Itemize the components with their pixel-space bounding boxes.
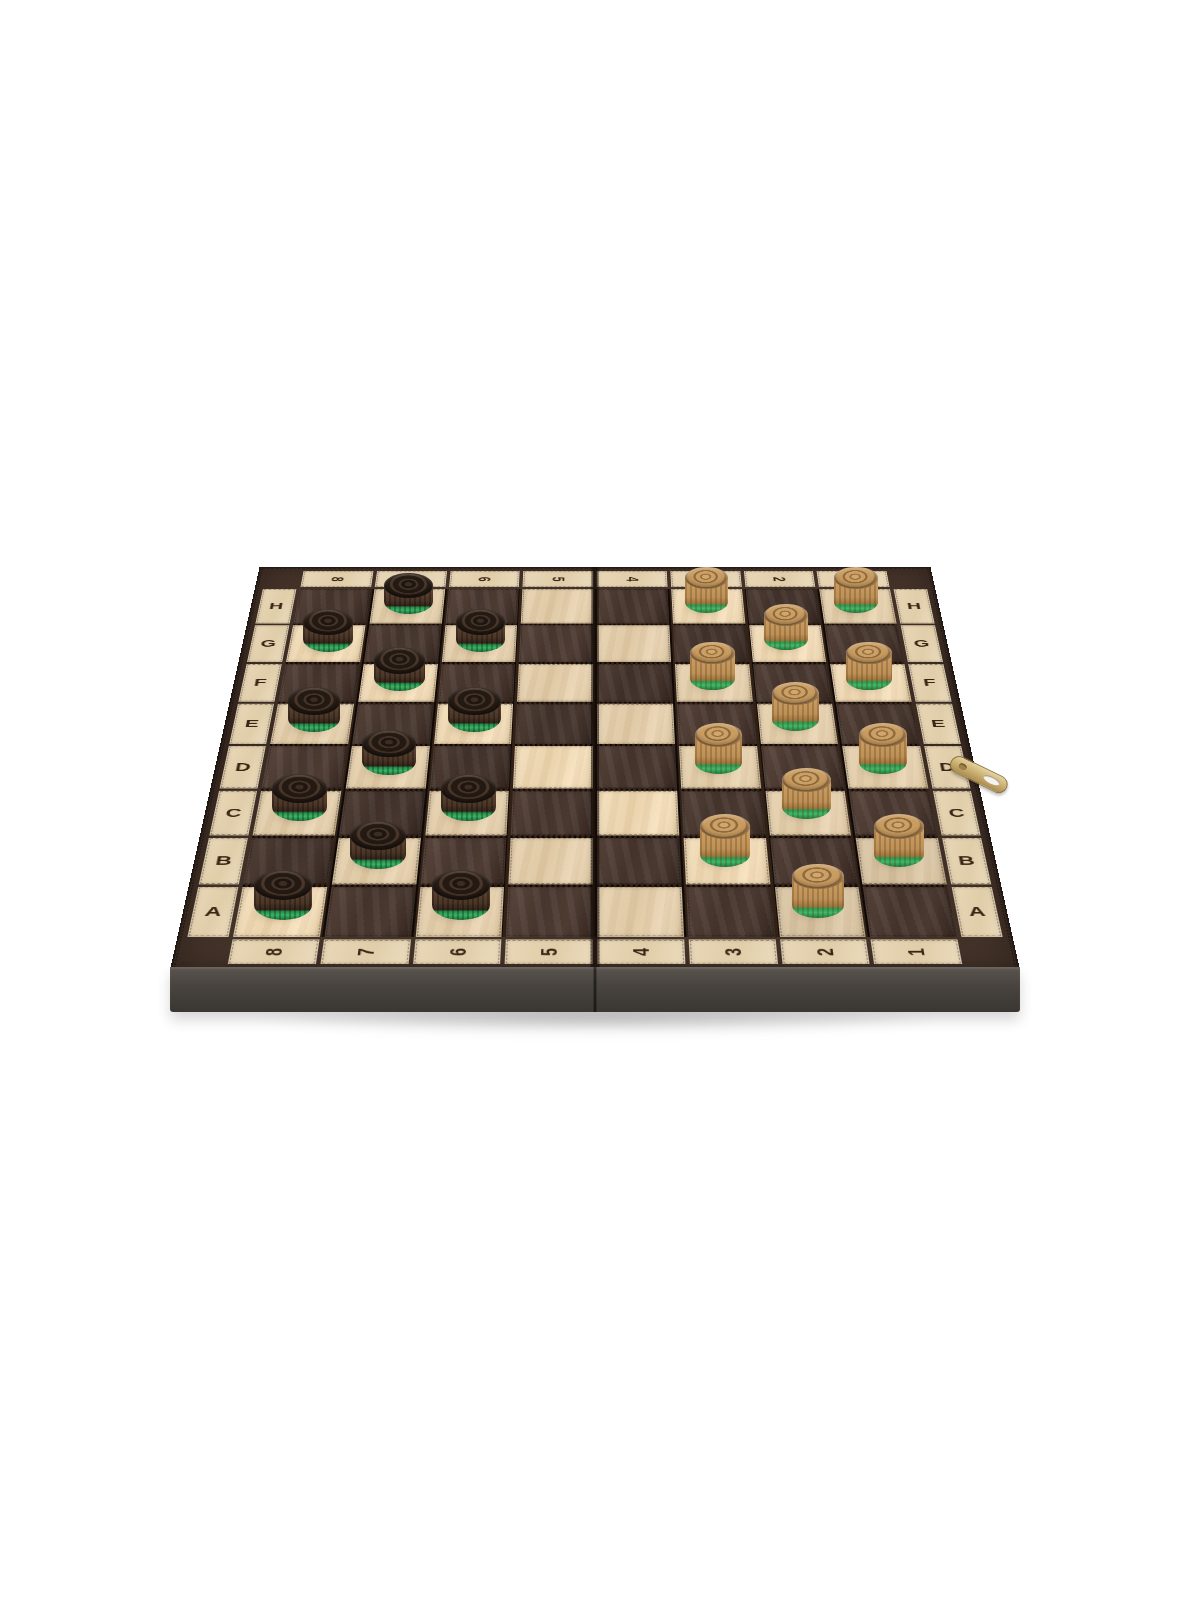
square-e5[interactable] bbox=[515, 704, 593, 744]
piece-dark-c8[interactable] bbox=[272, 774, 327, 821]
file-label-G: G bbox=[901, 625, 943, 661]
rank-label-7: 7 bbox=[320, 939, 410, 964]
rank-label-3: 3 bbox=[688, 939, 777, 964]
file-label-D: D bbox=[220, 746, 266, 788]
square-a4[interactable] bbox=[597, 887, 684, 937]
piece-dark-f7[interactable] bbox=[374, 647, 425, 690]
piece-top bbox=[448, 687, 500, 714]
piece-light-b1[interactable] bbox=[874, 814, 924, 867]
piece-dark-a6[interactable] bbox=[432, 870, 490, 919]
piece-top bbox=[288, 687, 340, 714]
square-a5[interactable] bbox=[506, 887, 593, 937]
piece-top bbox=[772, 682, 818, 705]
file-label-F: F bbox=[238, 664, 282, 702]
piece-top bbox=[792, 864, 844, 890]
piece-top bbox=[350, 821, 407, 850]
file-label-A: A bbox=[952, 887, 1003, 937]
piece-top bbox=[254, 870, 312, 900]
square-d5[interactable] bbox=[513, 746, 593, 788]
piece-top bbox=[690, 642, 735, 665]
piece-light-g2[interactable] bbox=[764, 604, 808, 651]
fold-seam bbox=[590, 567, 599, 970]
piece-top bbox=[272, 774, 327, 803]
rank-label-2: 2 bbox=[743, 571, 815, 587]
square-h5[interactable] bbox=[521, 589, 593, 624]
square-h4[interactable] bbox=[597, 589, 669, 624]
rank-label-5: 5 bbox=[505, 939, 593, 964]
piece-top bbox=[374, 647, 425, 674]
box-front-edge bbox=[170, 967, 1020, 1012]
square-c5[interactable] bbox=[511, 791, 593, 836]
piece-light-f3[interactable] bbox=[690, 642, 735, 690]
file-label-E: E bbox=[916, 704, 961, 744]
piece-dark-c6[interactable] bbox=[441, 774, 496, 821]
piece-dark-g6[interactable] bbox=[456, 609, 506, 651]
piece-dark-d7[interactable] bbox=[362, 730, 416, 776]
file-label-B: B bbox=[942, 838, 991, 885]
square-a3[interactable] bbox=[686, 887, 775, 937]
piece-dark-e6[interactable] bbox=[448, 687, 500, 731]
file-label-E: E bbox=[229, 704, 274, 744]
rank-label-1: 1 bbox=[871, 939, 962, 964]
file-label-G: G bbox=[247, 625, 289, 661]
piece-light-d3[interactable] bbox=[695, 723, 743, 773]
square-f5[interactable] bbox=[517, 664, 593, 702]
piece-top bbox=[834, 567, 877, 589]
piece-dark-a8[interactable] bbox=[254, 870, 312, 919]
piece-top bbox=[456, 609, 506, 635]
square-b5[interactable] bbox=[509, 838, 593, 885]
rank-label-8: 8 bbox=[300, 571, 373, 587]
piece-light-f1[interactable] bbox=[846, 642, 891, 690]
piece-top bbox=[384, 573, 433, 598]
piece-light-a2[interactable] bbox=[792, 864, 844, 919]
piece-dark-h7[interactable] bbox=[384, 573, 433, 614]
square-e4[interactable] bbox=[597, 704, 675, 744]
rank-label-6: 6 bbox=[449, 571, 520, 587]
file-label-F: F bbox=[908, 664, 952, 702]
square-f4[interactable] bbox=[597, 664, 673, 702]
rank-label-8: 8 bbox=[228, 939, 319, 964]
rank-label-5: 5 bbox=[523, 571, 593, 587]
piece-light-h1[interactable] bbox=[834, 567, 877, 613]
rank-label-2: 2 bbox=[780, 939, 870, 964]
piece-top bbox=[685, 567, 728, 589]
piece-dark-e8[interactable] bbox=[288, 687, 340, 731]
piece-top bbox=[846, 642, 891, 665]
piece-light-e2[interactable] bbox=[772, 682, 818, 731]
square-a1[interactable] bbox=[863, 887, 957, 937]
piece-light-b3[interactable] bbox=[700, 814, 750, 867]
piece-top bbox=[441, 774, 496, 803]
piece-light-c2[interactable] bbox=[782, 768, 831, 820]
file-label-C: C bbox=[209, 791, 257, 836]
piece-top bbox=[782, 768, 831, 792]
piece-top bbox=[764, 604, 808, 626]
piece-dark-g8[interactable] bbox=[303, 609, 353, 651]
file-label-C: C bbox=[933, 791, 981, 836]
file-label-H: H bbox=[894, 589, 935, 624]
file-label-H: H bbox=[255, 589, 296, 624]
square-c4[interactable] bbox=[597, 791, 679, 836]
rank-label-4: 4 bbox=[597, 939, 685, 964]
square-b4[interactable] bbox=[597, 838, 681, 885]
box-front-seam bbox=[593, 967, 597, 1012]
square-d4[interactable] bbox=[597, 746, 677, 788]
file-label-A: A bbox=[187, 887, 238, 937]
square-g5[interactable] bbox=[519, 625, 593, 661]
piece-light-d1[interactable] bbox=[859, 723, 907, 773]
file-label-B: B bbox=[199, 838, 248, 885]
piece-top bbox=[303, 609, 353, 635]
rank-label-4: 4 bbox=[597, 571, 667, 587]
rank-label-6: 6 bbox=[413, 939, 502, 964]
piece-dark-b7[interactable] bbox=[350, 821, 407, 869]
square-g4[interactable] bbox=[597, 625, 671, 661]
product-photo: 87654321 87654321 HGFEDCBA HGFEDCBA bbox=[0, 0, 1200, 1600]
square-a7[interactable] bbox=[324, 887, 415, 937]
piece-light-h3[interactable] bbox=[685, 567, 728, 613]
